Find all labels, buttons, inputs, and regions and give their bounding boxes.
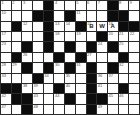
clue-number: 24 [98, 42, 102, 46]
blocked-cell [76, 53, 86, 62]
filled-letter: W [97, 22, 107, 31]
grid-cell[interactable]: 30 [54, 63, 64, 72]
clue-number: 45 [108, 94, 112, 98]
grid-cell[interactable] [33, 53, 43, 62]
blocked-cell [12, 22, 22, 31]
grid-cell[interactable]: 5 [76, 1, 86, 10]
blocked-cell [65, 63, 75, 72]
grid-cell[interactable] [33, 42, 43, 51]
grid-cell[interactable] [33, 1, 43, 10]
grid-cell[interactable] [1, 22, 11, 31]
grid-cell[interactable]: 13 [54, 22, 64, 31]
clue-number: 8 [119, 1, 121, 5]
grid-cell[interactable] [97, 53, 107, 62]
grid-cell[interactable]: 16A [108, 22, 118, 31]
clue-number: 29 [12, 63, 16, 67]
grid-cell[interactable] [12, 105, 22, 114]
blocked-cell [97, 32, 107, 41]
grid-cell[interactable]: 25 [119, 42, 129, 51]
blocked-cell [22, 94, 32, 103]
grid-cell[interactable] [87, 32, 97, 41]
grid-cell[interactable] [129, 11, 139, 20]
grid-cell[interactable]: 23 [1, 42, 11, 51]
blocked-cell [65, 11, 75, 20]
clue-number: 38 [23, 84, 27, 88]
blocked-cell [12, 84, 22, 93]
grid-cell[interactable]: 44 [54, 94, 64, 103]
blocked-cell [87, 63, 97, 72]
grid-cell[interactable] [76, 105, 86, 114]
grid-cell[interactable]: 26 [22, 53, 32, 62]
clue-number: 33 [2, 74, 6, 78]
blocked-cell [87, 42, 97, 51]
clue-number: 35 [66, 74, 70, 78]
grid-cell[interactable]: 12 [22, 22, 32, 31]
clue-number: 27 [87, 53, 91, 57]
grid-cell[interactable] [129, 74, 139, 83]
grid-cell[interactable]: 48 [33, 105, 43, 114]
grid-cell[interactable] [76, 84, 86, 93]
blocked-cell [44, 22, 54, 31]
grid-cell[interactable]: 49 [97, 105, 107, 114]
grid-cell[interactable]: 31 [76, 63, 86, 72]
clue-number: 34 [44, 74, 48, 78]
grid-cell[interactable]: 1 [1, 1, 11, 10]
grid-cell[interactable]: 24 [97, 42, 107, 51]
grid-cell[interactable] [44, 105, 54, 114]
clue-number: 4 [55, 1, 57, 5]
grid-cell[interactable] [119, 105, 129, 114]
clue-number: 31 [76, 63, 80, 67]
blocked-cell [33, 11, 43, 20]
clue-number: 12 [23, 22, 27, 26]
grid-cell[interactable] [12, 11, 22, 20]
grid-cell[interactable]: 40 [65, 84, 75, 93]
crossword-grid: 123456789101112131415BW16A17181920212223… [0, 0, 140, 115]
clue-number: 47 [2, 105, 6, 109]
clue-number: 23 [2, 42, 6, 46]
clue-number: 36 [98, 74, 102, 78]
clue-number: 41 [98, 84, 102, 88]
blocked-cell [87, 94, 97, 103]
grid-cell[interactable] [76, 42, 86, 51]
grid-cell[interactable] [54, 42, 64, 51]
grid-cell[interactable] [65, 105, 75, 114]
clue-number: 37 [108, 74, 112, 78]
clue-number: 39 [34, 84, 38, 88]
grid-cell[interactable]: 45 [108, 94, 118, 103]
grid-cell[interactable]: W [97, 22, 107, 31]
blocked-cell [108, 42, 118, 51]
clue-number: 44 [55, 94, 59, 98]
grid-cell[interactable]: 6 [87, 1, 97, 10]
clue-number: 18 [55, 32, 59, 36]
grid-cell[interactable]: 11 [76, 11, 86, 20]
grid-cell[interactable]: 27 [87, 53, 97, 62]
blocked-cell [22, 105, 32, 114]
blocked-cell [108, 63, 118, 72]
clue-number: 48 [34, 105, 38, 109]
blocked-cell [65, 42, 75, 51]
blocked-cell [1, 84, 11, 93]
grid-cell[interactable]: 14 [65, 22, 75, 31]
grid-cell[interactable] [44, 94, 54, 103]
grid-cell[interactable]: 46 [119, 94, 129, 103]
blocked-cell [44, 63, 54, 72]
blocked-cell [108, 1, 118, 10]
clue-number: 7 [98, 1, 100, 5]
grid-cell[interactable] [97, 63, 107, 72]
blocked-cell [87, 84, 97, 93]
clue-number: 30 [55, 63, 59, 67]
grid-cell[interactable] [22, 11, 32, 20]
clue-number: 49 [98, 105, 102, 109]
blocked-cell [119, 53, 129, 62]
grid-cell[interactable] [22, 74, 32, 83]
blocked-cell [44, 11, 54, 20]
clue-number: 5 [76, 1, 78, 5]
clue-number: 40 [66, 84, 70, 88]
grid-cell[interactable] [12, 74, 22, 83]
grid-cell[interactable]: 47 [1, 105, 11, 114]
grid-cell[interactable]: 38 [22, 84, 32, 93]
grid-cell[interactable] [12, 42, 22, 51]
grid-cell[interactable] [129, 84, 139, 93]
clue-number: 21 [119, 32, 123, 36]
filled-letter: B [87, 22, 97, 31]
blocked-cell [54, 84, 64, 93]
blocked-cell [87, 74, 97, 83]
grid-cell[interactable] [129, 63, 139, 72]
grid-cell[interactable]: 41 [97, 84, 107, 93]
blocked-cell [119, 84, 129, 93]
clue-number: 1 [2, 1, 4, 5]
clue-number: 43 [34, 94, 38, 98]
clue-number: 17 [2, 32, 6, 36]
grid-cell[interactable]: 42 [1, 94, 11, 103]
grid-cell[interactable]: 33 [1, 74, 11, 83]
blocked-cell [119, 22, 129, 31]
clue-number: 10 [2, 11, 6, 15]
grid-cell[interactable]: 28 [1, 63, 11, 72]
blocked-cell [22, 42, 32, 51]
grid-cell[interactable]: 19 [76, 32, 86, 41]
clue-number: 14 [66, 22, 70, 26]
blocked-cell [33, 74, 43, 83]
grid-cell[interactable] [97, 11, 107, 20]
grid-cell[interactable] [54, 105, 64, 114]
grid-cell[interactable]: 8 [119, 1, 129, 10]
grid-cell[interactable]: 32 [119, 63, 129, 72]
grid-cell[interactable] [33, 22, 43, 31]
grid-cell[interactable] [108, 84, 118, 93]
grid-cell[interactable] [54, 11, 64, 20]
grid-cell[interactable] [108, 53, 118, 62]
blocked-cell [44, 32, 54, 41]
clue-number: 26 [23, 53, 27, 57]
blocked-cell [108, 11, 118, 20]
clue-number: 25 [119, 42, 123, 46]
clue-number: 42 [2, 94, 6, 98]
clue-number: 13 [55, 22, 59, 26]
clue-number: 46 [119, 94, 123, 98]
grid-cell[interactable] [54, 74, 64, 83]
clue-number: 22 [130, 32, 134, 36]
grid-cell[interactable] [87, 11, 97, 20]
grid-cell[interactable]: 20 [108, 32, 118, 41]
blocked-cell [12, 94, 22, 103]
grid-cell[interactable]: 15B [87, 22, 97, 31]
grid-cell[interactable]: 2 [12, 1, 22, 10]
clue-number: 11 [76, 11, 80, 15]
blocked-cell [44, 1, 54, 10]
clue-number: 20 [108, 32, 112, 36]
grid-cell[interactable]: 10 [1, 11, 11, 20]
filled-letter: A [108, 22, 118, 31]
grid-cell[interactable] [76, 74, 86, 83]
grid-cell[interactable]: 7 [97, 1, 107, 10]
grid-cell[interactable] [33, 63, 43, 72]
grid-cell[interactable]: 21 [119, 32, 129, 41]
grid-cell[interactable] [1, 53, 11, 62]
clue-number: 32 [119, 63, 123, 67]
grid-cell[interactable] [129, 105, 139, 114]
blocked-cell [87, 105, 97, 114]
grid-cell[interactable] [65, 1, 75, 10]
grid-cell[interactable] [44, 84, 54, 93]
blocked-cell [129, 22, 139, 31]
grid-cell[interactable]: 17 [1, 32, 11, 41]
grid-cell[interactable] [119, 74, 129, 83]
blocked-cell [76, 22, 86, 31]
clue-number: 6 [87, 1, 89, 5]
blocked-cell [119, 11, 129, 20]
clue-number: 2 [12, 1, 14, 5]
grid-cell[interactable]: 4 [54, 1, 64, 10]
blocked-cell [97, 94, 107, 103]
grid-cell[interactable]: 29 [12, 63, 22, 72]
grid-cell[interactable] [44, 53, 54, 62]
grid-cell[interactable]: 18 [54, 32, 64, 41]
grid-cell[interactable]: 34 [44, 74, 54, 83]
grid-cell[interactable] [129, 53, 139, 62]
grid-cell[interactable] [129, 42, 139, 51]
grid-cell[interactable]: 22 [129, 32, 139, 41]
blocked-cell [22, 63, 32, 72]
grid-cell[interactable] [65, 53, 75, 62]
grid-cell[interactable] [22, 32, 32, 41]
clue-number: 3 [23, 1, 25, 5]
grid-cell[interactable] [33, 32, 43, 41]
grid-cell[interactable]: 3 [22, 1, 32, 10]
grid-cell[interactable] [129, 94, 139, 103]
clue-number: 28 [2, 63, 6, 67]
grid-cell[interactable]: 9 [129, 1, 139, 10]
grid-cell[interactable] [108, 105, 118, 114]
grid-cell[interactable]: 36 [97, 74, 107, 83]
blocked-cell [12, 53, 22, 62]
blocked-cell [44, 42, 54, 51]
grid-cell[interactable] [65, 32, 75, 41]
grid-cell[interactable]: 43 [33, 94, 43, 103]
grid-cell[interactable]: 35 [65, 74, 75, 83]
grid-cell[interactable]: 37 [108, 74, 118, 83]
grid-cell[interactable] [12, 32, 22, 41]
clue-number: 9 [130, 1, 132, 5]
grid-cell[interactable]: 39 [33, 84, 43, 93]
crossword-puzzle: 123456789101112131415BW16A17181920212223… [0, 0, 140, 115]
grid-cell[interactable] [76, 94, 86, 103]
clue-number: 19 [76, 32, 80, 36]
blocked-cell [65, 94, 75, 103]
blocked-cell [54, 53, 64, 62]
